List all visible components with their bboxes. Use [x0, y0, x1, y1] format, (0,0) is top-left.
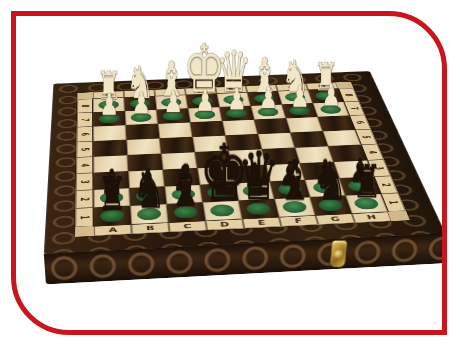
- piece-glyph-rook: ♜: [89, 171, 136, 217]
- chessboard-scene: 87654321 87654321 ABCDEFGH ABCDEFGH ♜♞♝♚…: [0, 0, 460, 345]
- pieces-layer: ♜♞♝♚♛♝♞♜♟♟♟♟♟♟♟♟♟♟♟♟♟♟♟♟♜♞♝♚♛♝♞♜: [45, 71, 445, 253]
- brass-clasp-icon: [330, 241, 347, 267]
- product-photo: 87654321 87654321 ABCDEFGH ABCDEFGH ♜♞♝♚…: [0, 0, 460, 345]
- chess-board: 87654321 87654321 ABCDEFGH ABCDEFGH ♜♞♝♚…: [45, 71, 445, 253]
- black-rook-a1: ♜: [80, 214, 145, 217]
- piece-glyph-pawn: ♟: [89, 89, 130, 119]
